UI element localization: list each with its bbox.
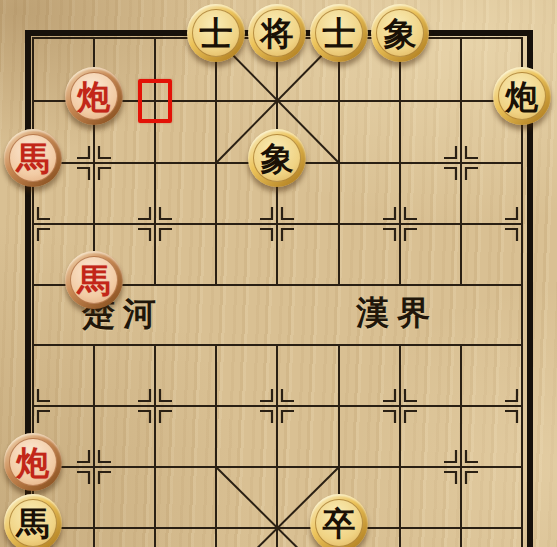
piece-black-cannon-right[interactable]: 炮	[493, 67, 551, 125]
piece-black-horse-invading[interactable]: 馬	[4, 494, 62, 547]
piece-glyph-red: 馬	[17, 142, 50, 175]
piece-black-general[interactable]: 将	[248, 4, 306, 62]
piece-glyph-black: 士	[200, 17, 233, 50]
river-label-han-jie: 漢界	[356, 296, 438, 329]
piece-black-advisor-left[interactable]: 士	[187, 4, 245, 62]
piece-black-elephant-center[interactable]: 象	[248, 129, 306, 187]
piece-glyph-black: 馬	[17, 507, 50, 540]
piece-glyph-black: 卒	[323, 507, 356, 540]
piece-glyph-black: 炮	[506, 80, 539, 113]
piece-red-horse-edge[interactable]: 馬	[4, 129, 62, 187]
piece-black-advisor-right[interactable]: 士	[310, 4, 368, 62]
piece-glyph-red: 炮	[78, 80, 111, 113]
piece-glyph-red: 炮	[17, 446, 50, 479]
xiangqi-board[interactable]: 楚河 漢界 士将士象炮炮馬象馬炮馬卒	[0, 0, 557, 547]
piece-black-elephant-right[interactable]: 象	[371, 4, 429, 62]
piece-red-cannon-advanced[interactable]: 炮	[65, 67, 123, 125]
piece-glyph-red: 馬	[78, 264, 111, 297]
piece-glyph-black: 象	[384, 17, 417, 50]
piece-black-pawn-invading[interactable]: 卒	[310, 494, 368, 547]
piece-glyph-black: 士	[323, 17, 356, 50]
piece-glyph-black: 象	[261, 142, 294, 175]
piece-red-horse-river[interactable]: 馬	[65, 251, 123, 309]
piece-red-cannon-home[interactable]: 炮	[4, 433, 62, 491]
piece-glyph-black: 将	[261, 17, 294, 50]
last-move-highlight	[138, 79, 172, 123]
